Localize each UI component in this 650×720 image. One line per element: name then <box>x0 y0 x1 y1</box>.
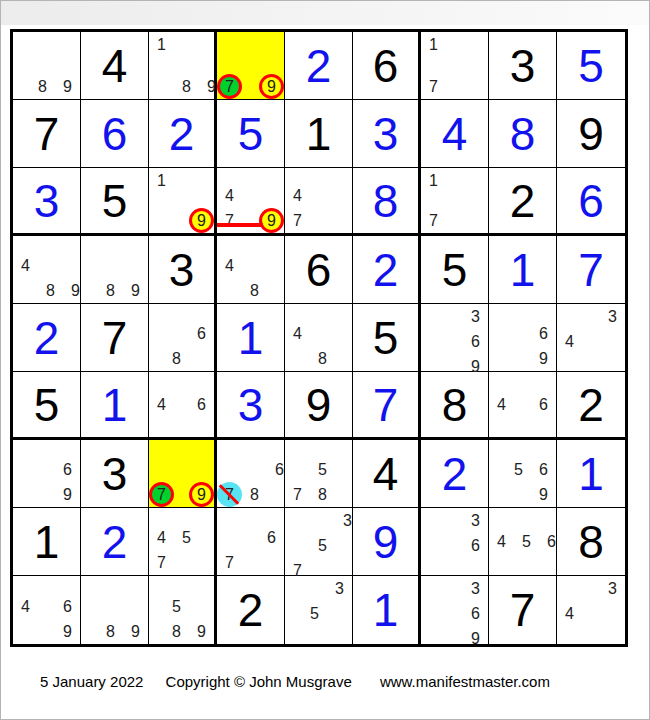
candidate-pos-7 <box>81 619 98 644</box>
candidate-7: 7 <box>421 74 446 99</box>
cell-r4c4: 48 <box>217 236 285 304</box>
candidate-pos-8 <box>242 550 259 575</box>
candidate-pos-3: 3 <box>463 304 488 329</box>
cell-r3c5: 47 <box>285 168 353 236</box>
candidate-pos-1: 1 <box>421 32 446 57</box>
candidate-grid: 19 <box>149 168 214 233</box>
solved-digit: 7 <box>353 372 418 437</box>
candidate-5: 5 <box>174 525 199 550</box>
candidate-pos-9 <box>531 417 556 437</box>
candidate-pos-9: 9 <box>259 208 284 233</box>
candidate-grid: 89 <box>81 236 148 303</box>
candidate-pos-2 <box>310 168 331 183</box>
candidate-1: 1 <box>149 32 174 57</box>
candidate-7: 7 <box>285 208 310 233</box>
candidate-pos-1 <box>285 576 302 601</box>
candidate-3: 3 <box>463 576 488 601</box>
candidate-pos-8: 8 <box>98 278 123 303</box>
sudoku-board: 8941897926173576251348935194794781726489… <box>10 29 628 647</box>
candidate-pos-2 <box>30 32 55 53</box>
candidate-pos-5 <box>446 57 467 74</box>
cell-r7c3: 79 <box>149 440 217 508</box>
candidate-pos-7 <box>13 482 34 507</box>
candidate-pos-3 <box>259 32 284 53</box>
candidate-pos-2 <box>174 372 189 392</box>
candidate-pos-1 <box>489 508 514 529</box>
given-digit: 5 <box>353 304 418 371</box>
solved-digit: 2 <box>285 32 352 99</box>
candidate-pos-8 <box>174 208 189 233</box>
candidate-pos-6: 6 <box>259 525 284 550</box>
candidate-grid: 17 <box>421 168 488 233</box>
cell-r3c6: 8 <box>353 168 421 236</box>
candidate-6: 6 <box>189 392 214 417</box>
candidate-pos-7 <box>149 208 174 233</box>
cell-r2c7: 4 <box>421 100 489 168</box>
cell-r4c7: 5 <box>421 236 489 304</box>
candidate-pos-3: 3 <box>600 576 625 601</box>
candidate-pos-2 <box>506 440 531 457</box>
candidate-pos-8: 8 <box>98 619 123 644</box>
candidate-pos-3 <box>467 32 488 57</box>
candidate-grid: 79 <box>217 32 284 99</box>
cell-r6c9: 2 <box>557 372 625 440</box>
candidate-pos-5: 5 <box>514 529 539 554</box>
candidate-pos-9: 9 <box>189 482 214 507</box>
cell-r5c4: 1 <box>217 304 285 372</box>
cell-r7c9: 1 <box>557 440 625 508</box>
candidate-grid: 89 <box>81 576 148 644</box>
candidate-pos-8 <box>582 626 600 644</box>
candidate-pos-6 <box>600 329 625 354</box>
cell-r2c2: 6 <box>81 100 149 168</box>
candidate-pos-2 <box>514 508 539 529</box>
candidate-pos-9: 9 <box>123 619 148 644</box>
candidate-grid: 46 <box>489 372 556 437</box>
candidate-pos-4 <box>285 533 310 558</box>
candidate-pos-4 <box>81 257 98 278</box>
candidate-pos-5 <box>446 193 467 208</box>
candidate-pos-5 <box>38 594 55 619</box>
candidate-pos-8 <box>514 417 531 437</box>
candidate-pos-3 <box>531 304 556 321</box>
candidate-9: 9 <box>463 626 488 651</box>
candidate-9-yellow-circle: 9 <box>189 208 214 233</box>
candidate-pos-6 <box>331 183 352 208</box>
cell-r4c6: 2 <box>353 236 421 304</box>
candidate-pos-3 <box>55 576 80 594</box>
candidate-pos-2 <box>242 236 267 253</box>
cell-r4c2: 89 <box>81 236 149 304</box>
candidate-pos-6: 6 <box>463 601 488 626</box>
cell-r1c5: 2 <box>285 32 353 100</box>
candidate-pos-7 <box>421 626 442 651</box>
candidate-pos-4 <box>285 601 302 626</box>
given-digit: 4 <box>353 440 418 507</box>
candidate-grid: 457 <box>149 508 214 575</box>
candidate-pos-5 <box>242 53 259 74</box>
cell-r7c8: 569 <box>489 440 557 508</box>
cell-r2c4: 5 <box>217 100 285 168</box>
candidate-pos-6 <box>600 601 625 626</box>
solved-digit: 4 <box>421 100 488 167</box>
candidate-pos-1 <box>13 236 38 253</box>
solved-digit: 8 <box>489 100 556 167</box>
candidate-pos-6 <box>335 457 352 482</box>
cell-r5c1: 2 <box>13 304 81 372</box>
candidate-pos-2 <box>442 304 463 329</box>
candidate-pos-7: 7 <box>285 208 310 233</box>
cell-r4c5: 6 <box>285 236 353 304</box>
candidate-grid: 48 <box>285 304 352 371</box>
cell-r8c1: 1 <box>13 508 81 576</box>
candidate-pos-3 <box>123 236 148 257</box>
candidate-pos-2 <box>446 32 467 57</box>
candidate-pos-8: 8 <box>164 619 189 644</box>
candidate-pos-5 <box>310 183 331 208</box>
candidate-5: 5 <box>310 457 335 482</box>
candidate-pos-6: 6 <box>55 594 80 619</box>
solved-digit: 7 <box>557 236 625 303</box>
candidate-pos-5 <box>442 533 463 558</box>
candidate-grid: 469 <box>13 576 80 644</box>
candidate-6: 6 <box>531 321 556 346</box>
cell-r1c9: 5 <box>557 32 625 100</box>
candidate-pos-5: 5 <box>164 594 189 619</box>
candidate-pos-2 <box>310 304 335 321</box>
candidate-7-green-circle: 7 <box>217 74 242 99</box>
candidate-5: 5 <box>514 529 539 554</box>
candidate-pos-7 <box>149 619 164 644</box>
candidate-pos-4 <box>489 457 506 482</box>
candidate-pos-6 <box>467 57 488 74</box>
solved-digit: 2 <box>149 100 214 167</box>
candidate-7: 7 <box>421 208 446 233</box>
cell-r4c9: 7 <box>557 236 625 304</box>
candidate-pos-1 <box>149 440 174 461</box>
candidate-pos-4 <box>149 321 164 346</box>
candidate-pos-9 <box>331 208 352 233</box>
candidate-pos-8: 8 <box>164 346 189 371</box>
candidate-pos-5 <box>242 183 259 208</box>
candidate-pos-1 <box>81 576 98 598</box>
candidate-4: 4 <box>489 392 514 417</box>
candidate-grid: 17 <box>421 32 488 99</box>
candidate-pos-1: 1 <box>421 168 446 193</box>
candidate-8: 8 <box>30 74 55 99</box>
candidate-pos-7 <box>557 354 582 371</box>
cell-r8c6: 9 <box>353 508 421 576</box>
candidate-pos-2 <box>582 304 600 329</box>
candidate-1: 1 <box>421 32 446 57</box>
candidate-pos-9 <box>600 626 625 644</box>
candidate-grid: 69 <box>13 440 80 507</box>
footer-website: www.manifestmaster.com <box>380 673 550 690</box>
candidate-pos-1 <box>285 168 310 183</box>
candidate-pos-7: 7 <box>421 74 446 99</box>
candidate-pos-6: 6 <box>531 457 556 482</box>
candidate-pos-6 <box>123 598 148 620</box>
cell-r7c1: 69 <box>13 440 81 508</box>
candidate-pos-3 <box>189 440 214 461</box>
solved-digit: 1 <box>217 304 284 371</box>
candidate-pos-1 <box>557 304 582 329</box>
cell-r6c2: 1 <box>81 372 149 440</box>
candidate-grid: 369 <box>421 304 488 371</box>
candidate-pos-5: 5 <box>310 457 335 482</box>
candidate-4: 4 <box>149 392 174 417</box>
candidate-pos-9 <box>199 550 214 575</box>
candidate-grid: 34 <box>557 304 625 371</box>
candidate-pos-1 <box>285 508 310 533</box>
solved-digit: 6 <box>557 168 625 233</box>
cell-r6c5: 9 <box>285 372 353 440</box>
candidate-pos-4 <box>149 57 174 74</box>
candidate-pos-6: 6 <box>463 533 488 558</box>
cell-r1c4: 79 <box>217 32 285 100</box>
solved-digit: 5 <box>217 100 284 167</box>
candidate-4: 4 <box>13 253 38 278</box>
candidate-pos-2 <box>38 576 55 594</box>
candidate-pos-7: 7 <box>217 482 242 507</box>
cell-r1c6: 6 <box>353 32 421 100</box>
cell-r4c1: 489 <box>13 236 81 304</box>
candidate-pos-2 <box>442 576 463 601</box>
cell-r1c8: 3 <box>489 32 557 100</box>
top-gray-bar <box>1 1 649 25</box>
candidate-pos-2 <box>174 168 189 193</box>
candidate-pos-3 <box>189 168 214 193</box>
candidate-grid: 189 <box>149 32 214 99</box>
cell-r1c3: 189 <box>149 32 217 100</box>
candidate-grid: 89 <box>13 32 80 99</box>
candidate-pos-2 <box>98 576 123 598</box>
cell-r6c1: 5 <box>13 372 81 440</box>
candidate-pos-6: 6 <box>531 392 556 417</box>
cell-r6c6: 7 <box>353 372 421 440</box>
candidate-pos-9 <box>259 550 284 575</box>
candidate-pos-8 <box>174 417 189 437</box>
candidate-pos-8 <box>310 208 331 233</box>
given-digit: 3 <box>81 440 148 507</box>
candidate-pos-8 <box>582 354 600 371</box>
candidate-pos-1 <box>149 508 174 525</box>
candidate-6: 6 <box>259 525 284 550</box>
candidate-pos-7: 7 <box>217 550 242 575</box>
candidate-pos-4 <box>421 193 446 208</box>
candidate-pos-4 <box>149 193 174 208</box>
candidate-4: 4 <box>489 529 514 554</box>
candidate-pos-4: 4 <box>557 329 582 354</box>
candidate-pos-5 <box>510 321 531 346</box>
candidate-pos-3 <box>335 440 352 457</box>
cell-r9c6: 1 <box>353 576 421 644</box>
candidate-pos-5: 5 <box>302 601 327 626</box>
candidate-pos-6 <box>123 257 148 278</box>
candidate-pos-5 <box>30 53 55 74</box>
candidate-pos-6 <box>55 53 80 74</box>
candidate-pos-4 <box>149 594 164 619</box>
candidate-pos-6: 6 <box>463 329 488 354</box>
candidate-pos-2 <box>34 440 55 457</box>
candidate-pos-9 <box>467 74 488 99</box>
given-digit: 1 <box>13 508 80 575</box>
cell-r5c3: 68 <box>149 304 217 372</box>
candidate-pos-1 <box>149 576 164 594</box>
given-digit: 9 <box>285 372 352 437</box>
candidate-pos-2 <box>442 508 463 533</box>
given-digit: 9 <box>557 100 625 167</box>
cell-r5c6: 5 <box>353 304 421 372</box>
candidate-pos-9 <box>467 208 488 233</box>
candidate-9: 9 <box>55 74 80 99</box>
candidate-pos-5: 5 <box>310 533 335 558</box>
given-digit: 3 <box>489 32 556 99</box>
candidate-grid: 35 <box>285 576 352 644</box>
candidate-pos-5 <box>98 257 123 278</box>
cell-r5c9: 34 <box>557 304 625 372</box>
candidate-pos-3 <box>467 168 488 193</box>
candidate-6: 6 <box>463 329 488 354</box>
candidate-pos-7 <box>557 626 582 644</box>
cell-r2c1: 7 <box>13 100 81 168</box>
candidate-pos-6: 6 <box>189 392 214 417</box>
solved-digit: 3 <box>13 168 80 233</box>
cell-r9c3: 589 <box>149 576 217 644</box>
candidate-3: 3 <box>463 304 488 329</box>
given-digit: 8 <box>421 372 488 437</box>
candidate-pos-7 <box>13 74 30 99</box>
candidate-pos-7 <box>149 346 164 371</box>
candidate-4: 4 <box>557 601 582 626</box>
candidate-pos-8: 8 <box>310 346 335 371</box>
given-digit: 6 <box>285 236 352 303</box>
candidate-9: 9 <box>189 619 214 644</box>
cell-r6c4: 3 <box>217 372 285 440</box>
given-digit: 2 <box>557 372 625 437</box>
candidate-pos-2 <box>242 508 259 525</box>
candidate-4: 4 <box>285 183 310 208</box>
candidate-pos-1 <box>217 32 242 53</box>
candidate-pos-1 <box>489 440 506 457</box>
cell-r7c4: 678 <box>217 440 285 508</box>
candidate-pos-5 <box>242 253 267 278</box>
candidate-pos-1 <box>285 304 310 321</box>
footer: 5 January 2022 Copyright © John Musgrave… <box>40 673 550 690</box>
cell-r5c2: 7 <box>81 304 149 372</box>
candidate-7-green-circle: 7 <box>149 482 174 507</box>
candidate-pos-8 <box>242 74 259 99</box>
solved-digit: 9 <box>353 508 418 575</box>
candidate-6: 6 <box>55 594 80 619</box>
candidate-pos-7: 7 <box>149 482 174 507</box>
cell-r6c3: 46 <box>149 372 217 440</box>
candidate-pos-5 <box>38 253 63 278</box>
candidate-pos-2 <box>38 236 63 253</box>
candidate-pos-8 <box>442 626 463 651</box>
candidate-9-yellow-circle: 9 <box>189 482 214 507</box>
candidate-8: 8 <box>242 278 267 303</box>
given-digit: 1 <box>285 100 352 167</box>
candidate-grid: 69 <box>489 304 556 371</box>
candidate-pos-9 <box>463 558 488 575</box>
candidate-pos-2 <box>582 576 600 601</box>
candidate-pos-8 <box>446 208 467 233</box>
candidate-pos-2 <box>242 32 259 53</box>
candidate-pos-7 <box>489 346 510 371</box>
candidate-pos-9: 9 <box>189 619 214 644</box>
cell-r9c7: 369 <box>421 576 489 644</box>
candidate-7: 7 <box>285 482 310 507</box>
cell-r9c8: 7 <box>489 576 557 644</box>
solved-digit: 2 <box>13 304 80 371</box>
candidate-pos-2 <box>242 440 267 457</box>
candidate-pos-5 <box>514 392 531 417</box>
cell-r9c2: 89 <box>81 576 149 644</box>
candidate-pos-8 <box>174 550 199 575</box>
candidate-grid: 47 <box>285 168 352 233</box>
solved-digit: 2 <box>421 440 488 507</box>
candidate-pos-3 <box>335 304 352 321</box>
candidate-pos-6 <box>267 253 284 278</box>
cell-r3c9: 6 <box>557 168 625 236</box>
cell-r3c1: 3 <box>13 168 81 236</box>
candidate-pos-6 <box>259 183 284 208</box>
candidate-pos-4: 4 <box>149 392 174 417</box>
candidate-pos-9 <box>327 626 352 644</box>
candidate-6: 6 <box>55 457 80 482</box>
given-digit: 3 <box>149 236 214 303</box>
cell-r7c7: 2 <box>421 440 489 508</box>
cell-r9c5: 35 <box>285 576 353 644</box>
candidate-grid: 678 <box>217 440 284 507</box>
candidate-pos-7 <box>149 74 174 99</box>
candidate-pos-5 <box>582 329 600 354</box>
candidate-pos-7 <box>489 482 506 507</box>
candidate-pos-8 <box>302 626 327 644</box>
candidate-pos-8: 8 <box>30 74 55 99</box>
candidate-pos-2 <box>164 576 189 594</box>
cell-r6c7: 8 <box>421 372 489 440</box>
given-digit: 8 <box>557 508 625 575</box>
candidate-pos-7: 7 <box>285 482 310 507</box>
candidate-8: 8 <box>98 619 123 644</box>
candidate-pos-1 <box>149 304 164 321</box>
candidate-pos-3 <box>259 168 284 183</box>
candidate-pos-9: 9 <box>463 626 488 651</box>
candidate-pos-9 <box>189 346 214 371</box>
candidate-pos-2 <box>310 508 335 533</box>
candidate-grid: 67 <box>217 508 284 575</box>
candidate-pos-3 <box>189 576 214 594</box>
candidate-pos-5 <box>174 461 189 482</box>
candidate-pos-1 <box>13 440 34 457</box>
given-digit: 5 <box>81 168 148 233</box>
candidate-pos-9: 9 <box>531 346 556 371</box>
candidate-pos-4 <box>421 533 442 558</box>
candidate-3: 3 <box>463 508 488 533</box>
candidate-pos-2 <box>510 304 531 321</box>
candidate-pos-2 <box>514 372 531 392</box>
candidate-9: 9 <box>123 278 148 303</box>
candidate-grid: 357 <box>285 508 352 575</box>
candidate-pos-9: 9 <box>55 74 80 99</box>
chain-link-line <box>217 223 263 227</box>
cell-r8c3: 457 <box>149 508 217 576</box>
candidate-9: 9 <box>123 619 148 644</box>
candidate-8: 8 <box>310 346 335 371</box>
candidate-pos-2 <box>98 236 123 257</box>
